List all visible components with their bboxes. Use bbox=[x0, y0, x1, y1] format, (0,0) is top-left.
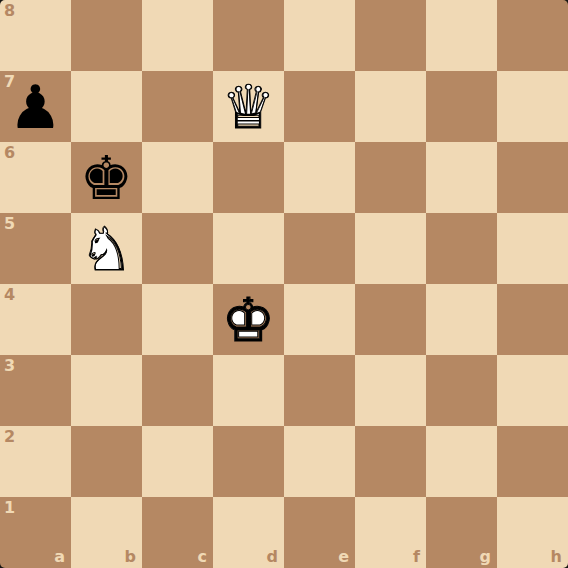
file-label-h: h bbox=[551, 549, 562, 565]
square-h3[interactable] bbox=[497, 355, 568, 426]
file-label-g: g bbox=[480, 549, 491, 565]
rank-label-3: 3 bbox=[4, 358, 15, 374]
square-a5[interactable]: 5 bbox=[0, 213, 71, 284]
square-f5[interactable] bbox=[355, 213, 426, 284]
square-b5[interactable]: ♞♘ bbox=[71, 213, 142, 284]
square-a4[interactable]: 4 bbox=[0, 284, 71, 355]
square-a7[interactable]: 7♟ bbox=[0, 71, 71, 142]
square-c5[interactable] bbox=[142, 213, 213, 284]
square-h4[interactable] bbox=[497, 284, 568, 355]
square-h8[interactable] bbox=[497, 0, 568, 71]
square-g8[interactable] bbox=[426, 0, 497, 71]
square-a2[interactable]: 2 bbox=[0, 426, 71, 497]
square-g6[interactable] bbox=[426, 142, 497, 213]
file-label-c: c bbox=[198, 549, 207, 565]
file-label-a: a bbox=[54, 549, 65, 565]
black-king[interactable]: ♚ bbox=[71, 142, 142, 213]
white-king[interactable]: ♚♔ bbox=[213, 284, 284, 355]
square-e1[interactable]: e bbox=[284, 497, 355, 568]
square-g7[interactable] bbox=[426, 71, 497, 142]
piece-fill-glyph: ♚ bbox=[71, 142, 142, 213]
square-f4[interactable] bbox=[355, 284, 426, 355]
square-h7[interactable] bbox=[497, 71, 568, 142]
square-d8[interactable] bbox=[213, 0, 284, 71]
square-g1[interactable]: g bbox=[426, 497, 497, 568]
square-h2[interactable] bbox=[497, 426, 568, 497]
rank-label-2: 2 bbox=[4, 429, 15, 445]
square-f6[interactable] bbox=[355, 142, 426, 213]
square-b4[interactable] bbox=[71, 284, 142, 355]
square-h1[interactable]: h bbox=[497, 497, 568, 568]
file-label-b: b bbox=[125, 549, 136, 565]
square-f3[interactable] bbox=[355, 355, 426, 426]
square-d3[interactable] bbox=[213, 355, 284, 426]
square-b3[interactable] bbox=[71, 355, 142, 426]
rank-label-1: 1 bbox=[4, 500, 15, 516]
black-pawn[interactable]: ♟ bbox=[0, 71, 71, 142]
white-knight[interactable]: ♞♘ bbox=[71, 213, 142, 284]
square-f1[interactable]: f bbox=[355, 497, 426, 568]
square-h5[interactable] bbox=[497, 213, 568, 284]
square-c6[interactable] bbox=[142, 142, 213, 213]
rank-label-4: 4 bbox=[4, 287, 15, 303]
square-d1[interactable]: d bbox=[213, 497, 284, 568]
square-g5[interactable] bbox=[426, 213, 497, 284]
square-c2[interactable] bbox=[142, 426, 213, 497]
square-a6[interactable]: 6 bbox=[0, 142, 71, 213]
square-e8[interactable] bbox=[284, 0, 355, 71]
square-c3[interactable] bbox=[142, 355, 213, 426]
square-c4[interactable] bbox=[142, 284, 213, 355]
square-f7[interactable] bbox=[355, 71, 426, 142]
file-label-e: e bbox=[338, 549, 349, 565]
square-d6[interactable] bbox=[213, 142, 284, 213]
file-label-f: f bbox=[413, 549, 420, 565]
rank-label-6: 6 bbox=[4, 145, 15, 161]
file-label-d: d bbox=[267, 549, 278, 565]
square-d2[interactable] bbox=[213, 426, 284, 497]
square-f2[interactable] bbox=[355, 426, 426, 497]
square-g3[interactable] bbox=[426, 355, 497, 426]
square-a1[interactable]: 1a bbox=[0, 497, 71, 568]
square-c8[interactable] bbox=[142, 0, 213, 71]
square-c1[interactable]: c bbox=[142, 497, 213, 568]
square-b7[interactable] bbox=[71, 71, 142, 142]
square-f8[interactable] bbox=[355, 0, 426, 71]
piece-outline-glyph: ♘ bbox=[71, 213, 142, 284]
piece-outline-glyph: ♔ bbox=[213, 284, 284, 355]
square-e2[interactable] bbox=[284, 426, 355, 497]
square-a8[interactable]: 8 bbox=[0, 0, 71, 71]
square-e5[interactable] bbox=[284, 213, 355, 284]
piece-fill-glyph: ♟ bbox=[0, 71, 71, 142]
square-e6[interactable] bbox=[284, 142, 355, 213]
square-b2[interactable] bbox=[71, 426, 142, 497]
piece-outline-glyph: ♕ bbox=[213, 71, 284, 142]
square-b6[interactable]: ♚ bbox=[71, 142, 142, 213]
square-e3[interactable] bbox=[284, 355, 355, 426]
square-b1[interactable]: b bbox=[71, 497, 142, 568]
square-e4[interactable] bbox=[284, 284, 355, 355]
chess-board: 87♟♛♕6♚5♞♘4♚♔321abcdefgh bbox=[0, 0, 568, 568]
square-d7[interactable]: ♛♕ bbox=[213, 71, 284, 142]
square-c7[interactable] bbox=[142, 71, 213, 142]
square-g2[interactable] bbox=[426, 426, 497, 497]
rank-label-8: 8 bbox=[4, 3, 15, 19]
square-e7[interactable] bbox=[284, 71, 355, 142]
square-h6[interactable] bbox=[497, 142, 568, 213]
white-queen[interactable]: ♛♕ bbox=[213, 71, 284, 142]
square-d4[interactable]: ♚♔ bbox=[213, 284, 284, 355]
square-a3[interactable]: 3 bbox=[0, 355, 71, 426]
square-g4[interactable] bbox=[426, 284, 497, 355]
square-d5[interactable] bbox=[213, 213, 284, 284]
rank-label-5: 5 bbox=[4, 216, 15, 232]
square-b8[interactable] bbox=[71, 0, 142, 71]
